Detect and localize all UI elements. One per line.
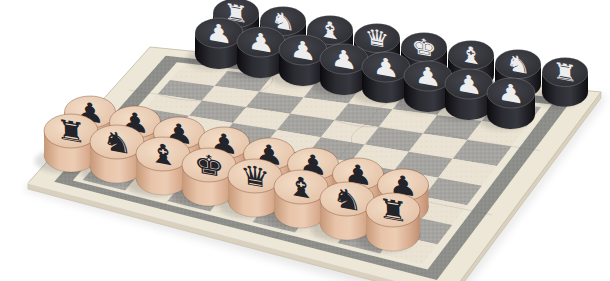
pawn-symbol: ♟ <box>330 43 358 76</box>
rook-symbol: ♜ <box>552 57 579 88</box>
pawn-symbol: ♟ <box>497 77 525 110</box>
knight-symbol: ♞ <box>505 49 532 80</box>
pawn-symbol: ♟ <box>289 34 317 67</box>
knight-symbol: ♞ <box>101 124 133 161</box>
rook-symbol: ♜ <box>377 192 409 229</box>
pawn-symbol: ♟ <box>247 26 275 59</box>
king-symbol: ♚ <box>193 147 225 184</box>
piece-black-pawn: ♟ <box>362 51 410 103</box>
pawn-symbol: ♟ <box>455 68 483 101</box>
pawn-symbol: ♟ <box>414 60 442 93</box>
queen-symbol: ♛ <box>364 23 391 54</box>
bishop-symbol: ♝ <box>285 169 317 206</box>
chess-set-product-photo: Wooden jigsaw-puzzle chess set with cyli… <box>0 0 610 281</box>
queen-symbol: ♛ <box>239 158 271 195</box>
knight-symbol: ♞ <box>331 181 363 218</box>
king-symbol: ♚ <box>411 32 438 63</box>
piece-black-pawn: ♟ <box>487 77 535 129</box>
piece-black-pawn: ♟ <box>195 17 243 69</box>
piece-white-rook: ♜ <box>366 192 420 251</box>
piece-black-pawn: ♟ <box>445 68 493 120</box>
piece-black-pawn: ♟ <box>237 26 285 78</box>
piece-black-pawn: ♟ <box>320 43 368 95</box>
bishop-symbol: ♝ <box>458 40 485 71</box>
pawn-symbol: ♟ <box>205 17 233 50</box>
bishop-symbol: ♝ <box>147 136 179 173</box>
rook-symbol: ♜ <box>55 113 87 150</box>
pawn-symbol: ♟ <box>372 51 400 84</box>
piece-black-rook: ♜ <box>542 57 588 106</box>
chess-set-photo: ♜♞♝♛♚♝♞♜♟♟♟♟♟♟♟♟♟♟♟♟♟♟♟♟♜♞♝♚♛♝♞♜ <box>0 0 610 281</box>
